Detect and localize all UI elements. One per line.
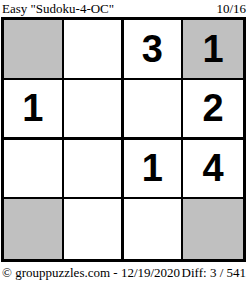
cell-r2c1[interactable] xyxy=(64,140,124,200)
cell-r3c3[interactable] xyxy=(183,199,243,259)
cell-r0c3[interactable]: 1 xyxy=(183,20,243,80)
puzzle-counter: 10/16 xyxy=(216,1,246,16)
cell-r1c2[interactable] xyxy=(124,80,184,140)
page-title: Easy "Sudoku-4-OC" xyxy=(2,1,114,16)
cell-r1c1[interactable] xyxy=(64,80,124,140)
cell-r1c3[interactable]: 2 xyxy=(183,80,243,140)
difficulty-text: Diff: 3 / 541 xyxy=(182,266,246,280)
cell-r0c2[interactable]: 3 xyxy=(124,20,184,80)
cell-r0c0[interactable] xyxy=(4,20,64,80)
copyright-text: © grouppuzzles.com - 12/19/2020 xyxy=(2,266,180,280)
cell-r0c1[interactable] xyxy=(64,20,124,80)
footer: © grouppuzzles.com - 12/19/2020 Diff: 3 … xyxy=(0,266,248,280)
cell-r3c0[interactable] xyxy=(4,199,64,259)
board: 311214 xyxy=(1,17,246,262)
cell-r1c0[interactable]: 1 xyxy=(4,80,64,140)
header: Easy "Sudoku-4-OC" 10/16 xyxy=(0,0,248,17)
puzzle-page: Easy "Sudoku-4-OC" 10/16 311214 © groupp… xyxy=(0,0,248,282)
cell-r3c1[interactable] xyxy=(64,199,124,259)
cell-r3c2[interactable] xyxy=(124,199,184,259)
cell-r2c0[interactable] xyxy=(4,140,64,200)
cell-r2c3[interactable]: 4 xyxy=(183,140,243,200)
cell-r2c2[interactable]: 1 xyxy=(124,140,184,200)
